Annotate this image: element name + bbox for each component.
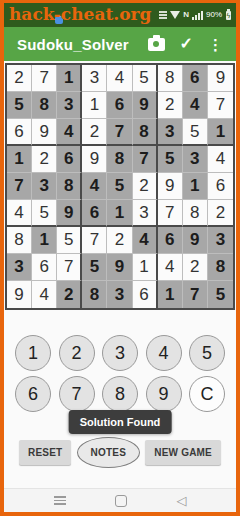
signal-bars-icon [192, 11, 203, 20]
navigation-bar: ◁ [4, 488, 236, 512]
overflow-menu-icon[interactable]: ⋮ [208, 37, 223, 52]
camera-icon[interactable] [148, 38, 165, 51]
sudoku-cell-r8c3[interactable]: 7 [57, 254, 82, 281]
keypad-8-button[interactable]: 8 [102, 376, 138, 412]
sudoku-cell-r3c4[interactable]: 2 [82, 119, 107, 146]
data-speed-indicator [159, 11, 167, 20]
number-keypad: 12345 6789C [4, 335, 236, 412]
sudoku-cell-r8c1[interactable]: 3 [7, 254, 32, 281]
battery-percent: 90% [206, 11, 222, 19]
keypad-6-button[interactable]: 6 [15, 376, 51, 412]
sudoku-cell-r4c9[interactable]: 4 [208, 146, 233, 173]
sudoku-cell-r7c1[interactable]: 8 [7, 227, 32, 254]
sudoku-cell-r4c5[interactable]: 8 [107, 146, 132, 173]
sudoku-cell-r1c3[interactable]: 1 [57, 65, 82, 92]
sudoku-cell-r7c5[interactable]: 2 [107, 227, 132, 254]
sudoku-cell-r1c7[interactable]: 8 [158, 65, 183, 92]
sudoku-cell-r1c1[interactable]: 2 [7, 65, 32, 92]
sudoku-cell-r1c8[interactable]: 6 [183, 65, 208, 92]
sudoku-cell-r8c6[interactable]: 1 [133, 254, 158, 281]
sudoku-cell-r2c4[interactable]: 1 [82, 92, 107, 119]
sudoku-cell-r9c7[interactable]: 1 [158, 281, 183, 308]
sudoku-cell-r1c2[interactable]: 7 [32, 65, 57, 92]
sudoku-cell-r1c5[interactable]: 4 [107, 65, 132, 92]
sudoku-cell-r2c8[interactable]: 4 [183, 92, 208, 119]
sudoku-cell-r8c9[interactable]: 8 [208, 254, 233, 281]
check-icon[interactable]: ✓ [180, 36, 193, 52]
sudoku-cell-r2c7[interactable]: 2 [158, 92, 183, 119]
sudoku-cell-r5c1[interactable]: 7 [7, 173, 32, 200]
recents-icon[interactable] [54, 496, 66, 505]
sudoku-cell-r5c9[interactable]: 6 [208, 173, 233, 200]
sudoku-cell-r6c7[interactable]: 7 [158, 200, 183, 227]
sudoku-cell-r7c3[interactable]: 5 [57, 227, 82, 254]
sudoku-cell-r4c7[interactable]: 5 [158, 146, 183, 173]
watermark: hack-cheat.org [9, 4, 151, 24]
sudoku-cell-r6c6[interactable]: 3 [133, 200, 158, 227]
app-title: Sudoku_Solver [17, 36, 148, 53]
sudoku-cell-r3c3[interactable]: 4 [57, 119, 82, 146]
sudoku-cell-r9c8[interactable]: 7 [183, 281, 208, 308]
sudoku-cell-r5c6[interactable]: 2 [133, 173, 158, 200]
keypad-row-2: 6789C [15, 376, 225, 412]
keypad-7-button[interactable]: 7 [59, 376, 95, 412]
sudoku-cell-r5c5[interactable]: 5 [107, 173, 132, 200]
sudoku-cell-r3c8[interactable]: 5 [183, 119, 208, 146]
sudoku-cell-r1c6[interactable]: 5 [133, 65, 158, 92]
keypad-2-button[interactable]: 2 [59, 335, 95, 371]
sudoku-cell-r9c3[interactable]: 2 [57, 281, 82, 308]
sudoku-cell-r9c2[interactable]: 4 [32, 281, 57, 308]
sudoku-cell-r8c7[interactable]: 4 [158, 254, 183, 281]
sudoku-cell-r2c9[interactable]: 7 [208, 92, 233, 119]
action-buttons: RESET NOTES NEW GAME [4, 437, 236, 467]
sudoku-cell-r3c9[interactable]: 1 [208, 119, 233, 146]
sudoku-cell-r5c4[interactable]: 4 [82, 173, 107, 200]
keypad-clear-button[interactable]: C [189, 376, 225, 412]
sudoku-cell-r6c3[interactable]: 9 [57, 200, 82, 227]
app-bar: Sudoku_Solver ✓ ⋮ [4, 27, 236, 61]
sudoku-cell-r7c8[interactable]: 9 [183, 227, 208, 254]
sudoku-cell-r8c5[interactable]: 9 [107, 254, 132, 281]
keypad-1-button[interactable]: 1 [15, 335, 51, 371]
sudoku-cell-r3c1[interactable]: 6 [7, 119, 32, 146]
sudoku-cell-r9c6[interactable]: 6 [133, 281, 158, 308]
sudoku-cell-r8c4[interactable]: 5 [82, 254, 107, 281]
sudoku-cell-r9c5[interactable]: 3 [107, 281, 132, 308]
wifi-icon [170, 11, 180, 19]
sudoku-cell-r2c5[interactable]: 6 [107, 92, 132, 119]
sudoku-board: 2713458695831692476942783511269875347384… [5, 63, 235, 310]
sudoku-cell-r5c3[interactable]: 8 [57, 173, 82, 200]
sudoku-cell-r7c6[interactable]: 4 [133, 227, 158, 254]
sudoku-cell-r7c4[interactable]: 7 [82, 227, 107, 254]
sudoku-cell-r3c7[interactable]: 3 [158, 119, 183, 146]
network-icon: N [183, 11, 189, 19]
sudoku-cell-r5c2[interactable]: 3 [32, 173, 57, 200]
sudoku-cell-r9c1[interactable]: 9 [7, 281, 32, 308]
sudoku-cell-r8c2[interactable]: 6 [32, 254, 57, 281]
sudoku-cell-r4c8[interactable]: 3 [183, 146, 208, 173]
sudoku-cell-r6c4[interactable]: 6 [82, 200, 107, 227]
sudoku-cell-r3c2[interactable]: 9 [32, 119, 57, 146]
notes-button[interactable]: NOTES [77, 437, 140, 468]
keypad-row-1: 12345 [15, 335, 225, 371]
new-game-button[interactable]: NEW GAME [145, 440, 221, 465]
screenshot-frame: hack-cheat.org N 90% Sudoku_Solver ✓ ⋮ 2… [0, 0, 240, 516]
sudoku-cell-r3c5[interactable]: 7 [107, 119, 132, 146]
sudoku-cell-r4c1[interactable]: 1 [7, 146, 32, 173]
sudoku-cell-r2c1[interactable]: 5 [7, 92, 32, 119]
sudoku-cell-r8c8[interactable]: 2 [183, 254, 208, 281]
sudoku-cell-r6c1[interactable]: 4 [7, 200, 32, 227]
reset-button[interactable]: RESET [19, 440, 71, 465]
home-icon[interactable] [115, 495, 127, 507]
keypad-5-button[interactable]: 5 [189, 335, 225, 371]
sudoku-cell-r4c3[interactable]: 6 [57, 146, 82, 173]
sudoku-cell-r6c9[interactable]: 2 [208, 200, 233, 227]
sudoku-cell-r3c6[interactable]: 8 [133, 119, 158, 146]
sudoku-cell-r4c2[interactable]: 2 [32, 146, 57, 173]
toast-message: Solution Found [69, 410, 172, 434]
keypad-4-button[interactable]: 4 [146, 335, 182, 371]
battery-charging-icon [226, 11, 231, 20]
sudoku-cell-r2c6[interactable]: 9 [133, 92, 158, 119]
sudoku-cell-r1c9[interactable]: 9 [208, 65, 233, 92]
keypad-9-button[interactable]: 9 [146, 376, 182, 412]
sudoku-cell-r4c6[interactable]: 7 [133, 146, 158, 173]
sudoku-cell-r6c2[interactable]: 5 [32, 200, 57, 227]
sudoku-cell-r2c3[interactable]: 3 [57, 92, 82, 119]
sudoku-cell-r6c8[interactable]: 8 [183, 200, 208, 227]
sudoku-cell-r9c9[interactable]: 5 [208, 281, 233, 308]
sudoku-cell-r5c8[interactable]: 1 [183, 173, 208, 200]
keypad-3-button[interactable]: 3 [102, 335, 138, 371]
sudoku-cell-r7c7[interactable]: 6 [158, 227, 183, 254]
sudoku-cell-r7c2[interactable]: 1 [32, 227, 57, 254]
back-icon[interactable]: ◁ [177, 494, 187, 507]
sudoku-cell-r9c4[interactable]: 8 [82, 281, 107, 308]
sudoku-cell-r7c9[interactable]: 3 [208, 227, 233, 254]
sudoku-cell-r6c5[interactable]: 1 [107, 200, 132, 227]
sudoku-cell-r2c2[interactable]: 8 [32, 92, 57, 119]
sudoku-cell-r4c4[interactable]: 9 [82, 146, 107, 173]
sudoku-cell-r5c7[interactable]: 9 [158, 173, 183, 200]
sudoku-cell-r1c4[interactable]: 3 [82, 65, 107, 92]
